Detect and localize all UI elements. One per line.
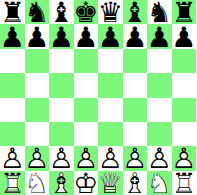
square-f1[interactable]: ♝♗ xyxy=(123,171,148,195)
square-e3[interactable] xyxy=(98,122,123,146)
white-piece-fill-icon: ♝ xyxy=(49,170,74,195)
white-piece-outline-icon: ♙ xyxy=(0,146,25,174)
square-f8[interactable]: ♝ xyxy=(123,0,148,24)
piece-black-pawn[interactable]: ♟ xyxy=(171,24,196,52)
square-d2[interactable]: ♟♙ xyxy=(74,146,99,170)
piece-white-knight[interactable]: ♞♘ xyxy=(145,170,173,195)
white-piece-fill-icon: ♟ xyxy=(147,146,172,174)
white-piece-outline-icon: ♘ xyxy=(147,170,172,195)
piece-white-pawn[interactable]: ♟♙ xyxy=(121,146,149,174)
square-d5[interactable] xyxy=(74,73,99,97)
white-piece-fill-icon: ♝ xyxy=(122,170,147,195)
square-h7[interactable]: ♟ xyxy=(172,24,197,48)
square-a7[interactable]: ♟ xyxy=(0,24,25,48)
white-piece-fill-icon: ♟ xyxy=(49,146,74,174)
square-g2[interactable]: ♟♙ xyxy=(147,146,172,170)
square-b5[interactable] xyxy=(25,73,50,97)
square-d4[interactable] xyxy=(74,98,99,122)
piece-white-pawn[interactable]: ♟♙ xyxy=(47,146,75,174)
white-piece-outline-icon: ♗ xyxy=(122,170,147,195)
white-piece-fill-icon: ♟ xyxy=(0,146,25,174)
square-h3[interactable] xyxy=(172,122,197,146)
square-f4[interactable] xyxy=(123,98,148,122)
square-b7[interactable]: ♟ xyxy=(25,24,50,48)
square-f2[interactable]: ♟♙ xyxy=(123,146,148,170)
square-c2[interactable]: ♟♙ xyxy=(49,146,74,170)
white-piece-outline-icon: ♙ xyxy=(49,146,74,174)
square-a2[interactable]: ♟♙ xyxy=(0,146,25,170)
square-b1[interactable]: ♞♘ xyxy=(25,171,50,195)
white-piece-fill-icon: ♟ xyxy=(24,146,49,174)
white-piece-outline-icon: ♗ xyxy=(49,170,74,195)
white-piece-fill-icon: ♚ xyxy=(73,170,98,195)
white-piece-outline-icon: ♙ xyxy=(171,146,196,174)
white-piece-outline-icon: ♙ xyxy=(98,146,123,174)
white-piece-fill-icon: ♟ xyxy=(98,146,123,174)
piece-white-knight[interactable]: ♞♘ xyxy=(23,170,51,195)
square-d8[interactable]: ♚ xyxy=(74,0,99,24)
square-g1[interactable]: ♞♘ xyxy=(147,171,172,195)
square-h4[interactable] xyxy=(172,98,197,122)
square-c5[interactable] xyxy=(49,73,74,97)
square-f3[interactable] xyxy=(123,122,148,146)
piece-black-pawn[interactable]: ♟ xyxy=(147,24,172,52)
square-d3[interactable] xyxy=(74,122,99,146)
white-piece-fill-icon: ♟ xyxy=(171,146,196,174)
piece-black-pawn[interactable]: ♟ xyxy=(0,24,25,52)
white-piece-outline-icon: ♖ xyxy=(0,170,25,195)
square-g4[interactable] xyxy=(147,98,172,122)
piece-white-queen[interactable]: ♛♕ xyxy=(96,170,124,195)
square-e7[interactable]: ♟ xyxy=(98,24,123,48)
square-f7[interactable]: ♟ xyxy=(123,24,148,48)
piece-black-pawn[interactable]: ♟ xyxy=(24,24,49,52)
square-e6[interactable] xyxy=(98,49,123,73)
square-c1[interactable]: ♝♗ xyxy=(49,171,74,195)
square-a5[interactable] xyxy=(0,73,25,97)
square-a4[interactable] xyxy=(0,98,25,122)
square-h8[interactable]: ♜ xyxy=(172,0,197,24)
piece-white-pawn[interactable]: ♟♙ xyxy=(72,146,100,174)
piece-white-king[interactable]: ♚♔ xyxy=(72,170,100,195)
piece-white-pawn[interactable]: ♟♙ xyxy=(170,146,196,174)
white-piece-fill-icon: ♟ xyxy=(122,146,147,174)
square-b6[interactable] xyxy=(25,49,50,73)
square-d1[interactable]: ♚♔ xyxy=(74,171,99,195)
piece-white-pawn[interactable]: ♟♙ xyxy=(145,146,173,174)
piece-white-pawn[interactable]: ♟♙ xyxy=(0,146,26,174)
piece-white-rook[interactable]: ♜♖ xyxy=(0,170,26,195)
piece-white-bishop[interactable]: ♝♗ xyxy=(121,170,149,195)
white-piece-outline-icon: ♙ xyxy=(73,146,98,174)
piece-white-pawn[interactable]: ♟♙ xyxy=(96,146,124,174)
square-g3[interactable] xyxy=(147,122,172,146)
square-h1[interactable]: ♜♖ xyxy=(172,171,197,195)
white-piece-outline-icon: ♔ xyxy=(73,170,98,195)
square-f5[interactable] xyxy=(123,73,148,97)
square-d7[interactable]: ♟ xyxy=(74,24,99,48)
square-h6[interactable] xyxy=(172,49,197,73)
square-c3[interactable] xyxy=(49,122,74,146)
square-a8[interactable]: ♜ xyxy=(0,0,25,24)
square-e5[interactable] xyxy=(98,73,123,97)
square-c6[interactable] xyxy=(49,49,74,73)
white-piece-fill-icon: ♜ xyxy=(0,170,25,195)
square-c8[interactable]: ♝ xyxy=(49,0,74,24)
square-c4[interactable] xyxy=(49,98,74,122)
square-g6[interactable] xyxy=(147,49,172,73)
square-h5[interactable] xyxy=(172,73,197,97)
piece-black-pawn[interactable]: ♟ xyxy=(98,24,123,52)
chess-board: ♜♞♝♚♛♝♞♜♟♟♟♟♟♟♟♟♟♙♟♙♟♙♟♙♟♙♟♙♟♙♟♙♜♖♞♘♝♗♚♔… xyxy=(0,0,196,195)
white-piece-outline-icon: ♖ xyxy=(171,170,196,195)
square-b8[interactable]: ♞ xyxy=(25,0,50,24)
white-piece-outline-icon: ♕ xyxy=(98,170,123,195)
white-piece-outline-icon: ♘ xyxy=(24,170,49,195)
square-b2[interactable]: ♟♙ xyxy=(25,146,50,170)
square-a3[interactable] xyxy=(0,122,25,146)
square-e8[interactable]: ♛ xyxy=(98,0,123,24)
square-a6[interactable] xyxy=(0,49,25,73)
white-piece-fill-icon: ♜ xyxy=(171,170,196,195)
square-g8[interactable]: ♞ xyxy=(147,0,172,24)
square-b4[interactable] xyxy=(25,98,50,122)
square-e2[interactable]: ♟♙ xyxy=(98,146,123,170)
square-f6[interactable] xyxy=(123,49,148,73)
piece-black-pawn[interactable]: ♟ xyxy=(122,24,147,52)
square-a1[interactable]: ♜♖ xyxy=(0,171,25,195)
square-d6[interactable] xyxy=(74,49,99,73)
white-piece-fill-icon: ♟ xyxy=(73,146,98,174)
piece-black-pawn[interactable]: ♟ xyxy=(49,24,74,52)
square-c7[interactable]: ♟ xyxy=(49,24,74,48)
square-e1[interactable]: ♛♕ xyxy=(98,171,123,195)
white-piece-outline-icon: ♙ xyxy=(147,146,172,174)
piece-white-rook[interactable]: ♜♖ xyxy=(170,170,196,195)
white-piece-fill-icon: ♞ xyxy=(147,170,172,195)
square-h2[interactable]: ♟♙ xyxy=(172,146,197,170)
piece-white-bishop[interactable]: ♝♗ xyxy=(47,170,75,195)
piece-black-pawn[interactable]: ♟ xyxy=(73,24,98,52)
piece-white-pawn[interactable]: ♟♙ xyxy=(23,146,51,174)
white-piece-outline-icon: ♙ xyxy=(24,146,49,174)
square-g5[interactable] xyxy=(147,73,172,97)
square-e4[interactable] xyxy=(98,98,123,122)
square-g7[interactable]: ♟ xyxy=(147,24,172,48)
white-piece-fill-icon: ♛ xyxy=(98,170,123,195)
white-piece-outline-icon: ♙ xyxy=(122,146,147,174)
white-piece-fill-icon: ♞ xyxy=(24,170,49,195)
square-b3[interactable] xyxy=(25,122,50,146)
